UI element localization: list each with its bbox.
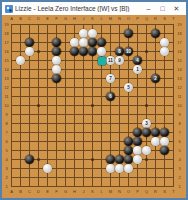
coord-label-left: 16 [3,49,11,55]
coord-label-bottom: G [61,189,70,195]
coord-label-bottom: Q [142,189,151,195]
coord-label-left: 9 [3,112,11,118]
stone-move-number: 6 [106,92,115,101]
black-stone[interactable] [124,137,133,146]
coord-label-left: 6 [3,139,11,145]
coord-label-bottom: L [97,189,106,195]
coord-label-right: 3 [176,166,184,172]
coord-label-right: 5 [176,148,184,154]
coord-label-left: 2 [3,175,11,181]
coord-label-right: 7 [176,130,184,136]
white-stone[interactable] [79,29,88,38]
white-stone[interactable] [160,38,169,47]
close-button[interactable]: ✕ [170,3,183,15]
stone-move-number: 2 [151,74,160,83]
black-stone[interactable] [142,128,151,137]
star-point [145,158,148,161]
black-stone[interactable] [25,155,34,164]
stone-move-number: 3 [142,119,151,128]
coord-label-top: E [43,16,52,22]
black-stone[interactable] [160,146,169,155]
black-stone[interactable] [79,47,88,56]
white-stone[interactable]: 9 [115,56,124,65]
stone-move-number: 1 [133,65,142,74]
white-stone[interactable] [16,56,25,65]
stone-move-number: 7 [106,74,115,83]
star-point [37,104,40,107]
coord-label-top: P [133,16,142,22]
white-stone[interactable] [142,146,151,155]
black-stone[interactable] [124,146,133,155]
coord-label-top: S [160,16,169,22]
coord-label-left: 7 [3,130,11,136]
black-stone[interactable] [88,47,97,56]
stone-move-number: 10 [124,47,133,56]
maximize-button[interactable]: □ [156,3,169,15]
black-stone[interactable] [133,128,142,137]
coord-label-right: 16 [176,49,184,55]
coord-label-top: C [25,16,34,22]
star-point [37,158,40,161]
white-stone[interactable] [43,164,52,173]
black-stone[interactable] [151,128,160,137]
white-stone[interactable] [97,47,106,56]
black-stone[interactable] [160,128,169,137]
coord-label-top: M [106,16,115,22]
white-stone[interactable] [106,164,115,173]
stone-move-number: 8 [115,47,124,56]
black-stone[interactable] [88,38,97,47]
coord-label-left: 12 [3,85,11,91]
coord-label-left: 19 [3,22,11,28]
coord-label-bottom: E [43,189,52,195]
window-controls: – □ ✕ [142,3,183,15]
title-bar: Lizzie - Leela Zero Interface ([W] vs [B… [2,2,186,15]
black-stone[interactable]: 2 [151,74,160,83]
minimize-button[interactable]: – [142,3,155,15]
coord-label-bottom: A [7,189,16,195]
black-stone[interactable]: 6 [106,92,115,101]
white-stone[interactable] [79,38,88,47]
coord-label-bottom: D [34,189,43,195]
stone-move-number: 5 [124,83,133,92]
stone-move-number: 9 [115,56,124,65]
coord-label-left: 1 [3,184,11,190]
coord-label-left: 4 [3,157,11,163]
coord-label-left: 10 [3,103,11,109]
coord-label-bottom: J [79,189,88,195]
coord-label-right: 6 [176,139,184,145]
black-stone[interactable] [124,29,133,38]
coord-label-top: A [7,16,16,22]
coord-label-bottom: P [133,189,142,195]
star-point [145,104,148,107]
white-stone[interactable] [25,47,34,56]
coord-label-top: O [124,16,133,22]
coord-label-bottom: F [52,189,61,195]
coord-label-left: 13 [3,76,11,82]
coord-label-right: 18 [176,31,184,37]
star-point [91,104,94,107]
star-point [145,50,148,53]
coord-label-right: 10 [176,103,184,109]
coord-label-bottom: T [169,189,178,195]
coord-label-left: 11 [3,94,11,100]
app-icon [5,5,13,13]
coord-label-bottom: O [124,189,133,195]
coord-label-right: 13 [176,76,184,82]
black-stone[interactable] [52,47,61,56]
coord-label-bottom: R [151,189,160,195]
coord-label-top: J [79,16,88,22]
coord-label-right: 2 [176,175,184,181]
coord-label-top: N [115,16,124,22]
next-move-marker [98,57,106,65]
coord-label-right: 9 [176,112,184,118]
coord-label-right: 4 [176,157,184,163]
goban[interactable]: AABBCCDDEEFFGGHHJJKKLLMMNNOOPPQQRRSSTT19… [2,15,186,198]
coord-label-top: H [70,16,79,22]
black-stone[interactable]: 8 [115,47,124,56]
black-stone[interactable]: 10 [124,47,133,56]
white-stone[interactable] [133,146,142,155]
white-stone[interactable] [88,29,97,38]
black-stone[interactable] [25,38,34,47]
window-title: Lizzie - Leela Zero Interface ([W] vs [B… [15,5,140,12]
black-stone[interactable] [70,47,79,56]
window: Lizzie - Leela Zero Interface ([W] vs [B… [0,0,188,200]
coord-label-left: 17 [3,40,11,46]
black-stone[interactable] [124,155,133,164]
coord-label-right: 19 [176,22,184,28]
coord-label-right: 8 [176,121,184,127]
coord-label-right: 15 [176,58,184,64]
coord-label-top: R [151,16,160,22]
coord-label-bottom: C [25,189,34,195]
coord-label-top: F [52,16,61,22]
coord-label-left: 18 [3,31,11,37]
black-stone[interactable] [133,137,142,146]
coord-label-bottom: H [70,189,79,195]
white-stone[interactable] [52,65,61,74]
coord-label-bottom: S [160,189,169,195]
coord-label-bottom: B [16,189,25,195]
black-stone[interactable] [151,29,160,38]
coord-label-top: G [61,16,70,22]
white-stone[interactable] [124,164,133,173]
white-stone[interactable] [133,155,142,164]
star-point [37,50,40,53]
star-point [91,158,94,161]
coord-label-top: Q [142,16,151,22]
black-stone[interactable] [115,155,124,164]
coord-label-left: 5 [3,148,11,154]
black-stone[interactable]: 4 [133,56,142,65]
coord-label-right: 1 [176,184,184,190]
stone-move-number: 4 [133,56,142,65]
white-stone[interactable] [151,137,160,146]
coord-label-left: 8 [3,121,11,127]
coord-label-left: 15 [3,58,11,64]
black-stone[interactable] [52,38,61,47]
stone-move-number: 11 [106,56,115,65]
white-stone[interactable]: 1 [133,65,142,74]
white-stone[interactable]: 11 [106,56,115,65]
coord-label-top: D [34,16,43,22]
white-stone[interactable] [160,137,169,146]
coord-label-left: 3 [3,166,11,172]
coord-label-top: K [88,16,97,22]
coord-label-bottom: N [115,189,124,195]
white-stone[interactable]: 3 [142,119,151,128]
white-stone[interactable] [160,47,169,56]
white-stone[interactable]: 5 [124,83,133,92]
white-stone[interactable] [52,56,61,65]
white-stone[interactable] [115,164,124,173]
coord-label-top: B [16,16,25,22]
white-stone[interactable]: 7 [106,74,115,83]
coord-label-right: 17 [176,40,184,46]
black-stone[interactable] [97,38,106,47]
coord-label-top: T [169,16,178,22]
white-stone[interactable] [70,38,79,47]
coord-label-right: 11 [176,94,184,100]
black-stone[interactable] [106,155,115,164]
coord-label-left: 14 [3,67,11,73]
coord-label-bottom: K [88,189,97,195]
coord-label-right: 12 [176,85,184,91]
black-stone[interactable] [52,74,61,83]
coord-label-bottom: M [106,189,115,195]
coord-label-top: L [97,16,106,22]
coord-label-right: 14 [176,67,184,73]
